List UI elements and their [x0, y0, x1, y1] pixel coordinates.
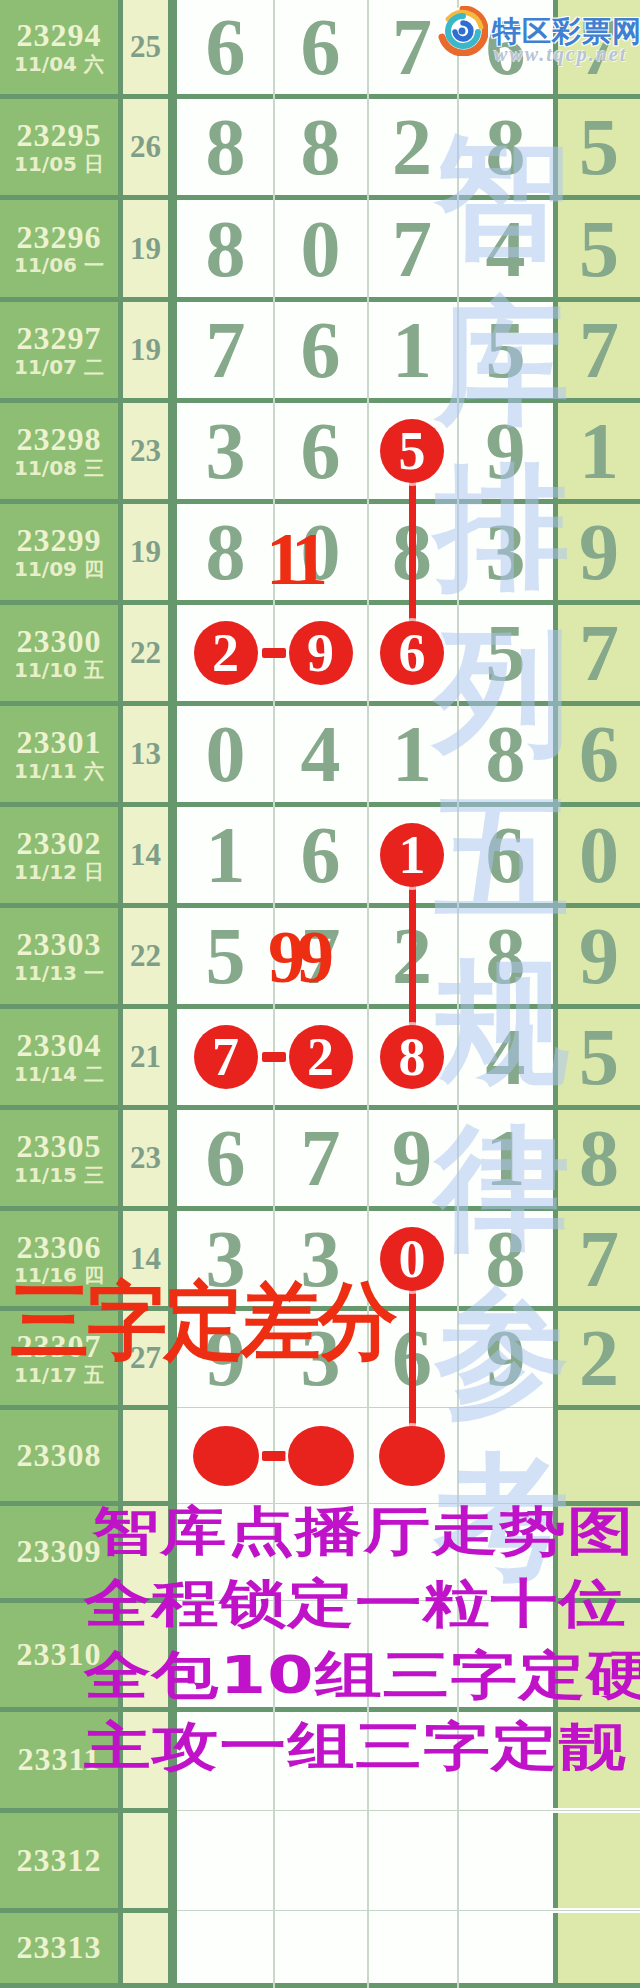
sum-cell: 19 [123, 302, 168, 398]
sum-cell: 13 [123, 706, 168, 802]
watermark-char: 列 [432, 625, 572, 760]
promo-line-2: 全程锁定一粒十位 [84, 1576, 627, 1631]
watermark-char: 智 [432, 130, 572, 265]
draw-date: 11/10 五 [14, 659, 104, 681]
digit: 7 [579, 1219, 619, 1299]
sum-value: 19 [130, 534, 161, 570]
issue-number: 23313 [17, 1931, 102, 1965]
issue-cell: 23312 [0, 1813, 118, 1908]
watermark-char: 律 [432, 1120, 572, 1255]
digit: 9 [579, 916, 619, 996]
issue-cell: 2329611/06 一 [0, 200, 118, 297]
red-solid-dot [379, 1426, 445, 1486]
red-circled-digit: 9 [289, 621, 353, 685]
digit: 1 [206, 815, 246, 895]
digit: 7 [392, 7, 432, 87]
red-circled-digit: 2 [289, 1025, 353, 1089]
digits-band [177, 1913, 553, 1983]
digit: 8 [206, 512, 246, 592]
sum-value: 23 [130, 433, 161, 469]
digit: 7 [392, 209, 432, 289]
digit: 6 [206, 1118, 246, 1198]
red-note-99: 99 [268, 920, 326, 994]
digit: 1 [392, 714, 432, 794]
circled-digit-value: 5 [399, 424, 426, 478]
sum-cell [123, 1813, 168, 1908]
issue-number: 23309 [17, 1535, 102, 1569]
digit: 7 [206, 310, 246, 390]
red-dash [262, 1052, 286, 1062]
red-note-11: 11 [266, 522, 320, 596]
digit: 7 [579, 613, 619, 693]
draw-date: 11/14 二 [14, 1063, 104, 1085]
sum-cell: 14 [123, 807, 168, 903]
watermark-char: 排 [432, 460, 572, 595]
digit: 0 [301, 209, 341, 289]
promo-line-3: 全包10组三字定硬 [84, 1648, 640, 1703]
digit: 7 [579, 310, 619, 390]
digit: 5 [579, 1017, 619, 1097]
watermark-char: 参 [432, 1285, 572, 1420]
digit: 6 [301, 411, 341, 491]
red-title-sanzidingchafen: 三字定差分 [10, 1277, 395, 1365]
watermark-char: 规 [432, 955, 572, 1090]
draw-date: 11/07 二 [14, 356, 104, 378]
red-circled-digit: 7 [194, 1025, 258, 1089]
sum-cell: 23 [123, 403, 168, 499]
digit: 5 [206, 916, 246, 996]
sum-cell: 22 [123, 908, 168, 1004]
red-circled-digit: 1 [380, 823, 444, 887]
sum-cell: 26 [123, 99, 168, 195]
draw-date: 11/09 四 [14, 558, 104, 580]
digit: 8 [206, 209, 246, 289]
issue-number: 23297 [17, 322, 102, 356]
issue-number: 23303 [17, 928, 102, 962]
issue-cell: 2329911/09 四 [0, 504, 118, 600]
sum-cell [123, 1410, 168, 1501]
issue-number: 23295 [17, 119, 102, 153]
draw-date: 11/08 三 [14, 457, 104, 479]
circled-digit-value: 8 [399, 1030, 426, 1084]
sum-value: 13 [130, 736, 161, 772]
circled-digit-value: 7 [212, 1030, 239, 1084]
digit: 3 [206, 411, 246, 491]
draw-date: 11/04 六 [14, 53, 104, 75]
thin-row-line [177, 1908, 640, 1913]
red-dash [262, 1451, 286, 1461]
draw-date: 11/05 日 [14, 153, 104, 175]
digit: 1 [392, 310, 432, 390]
digit: 2 [579, 1318, 619, 1398]
sum-value: 22 [130, 635, 161, 671]
promo-line-4: 主攻一组三字定靓 [84, 1719, 627, 1774]
sum-value: 19 [130, 231, 161, 267]
issue-cell: 2329511/05 日 [0, 99, 118, 195]
issue-number: 23306 [17, 1231, 102, 1265]
sum-value: 14 [130, 837, 161, 873]
red-dash [262, 648, 286, 658]
digit: 9 [579, 512, 619, 592]
swirl-logo-icon [438, 6, 488, 60]
red-circled-digit: 8 [380, 1025, 444, 1089]
digit: 6 [206, 7, 246, 87]
sum-value: 22 [130, 938, 161, 974]
issue-number: 23301 [17, 726, 102, 760]
site-url: www.tqcp.net [494, 43, 627, 66]
tail-cell [558, 1913, 640, 1983]
watermark-char: 五 [432, 790, 572, 925]
sum-cell: 19 [123, 504, 168, 600]
red-circled-digit: 2 [194, 621, 258, 685]
sum-cell: 25 [123, 0, 168, 94]
red-circled-digit: 6 [380, 621, 444, 685]
promo-line-1: 智库点播厅走势图 [92, 1504, 635, 1559]
sum-cell: 21 [123, 1009, 168, 1105]
digit: 8 [301, 107, 341, 187]
red-solid-dot [288, 1426, 354, 1486]
thin-row-line [177, 1808, 640, 1813]
digit: 5 [579, 209, 619, 289]
issue-cell: 23313 [0, 1913, 118, 1983]
issue-number: 23299 [17, 524, 102, 558]
issue-cell: 2329711/07 二 [0, 302, 118, 398]
digit: 6 [301, 815, 341, 895]
circled-digit-value: 1 [399, 828, 426, 882]
issue-cell: 2330511/15 三 [0, 1110, 118, 1206]
digit: 0 [579, 815, 619, 895]
sum-value: 21 [130, 1039, 161, 1075]
sum-value: 19 [130, 332, 161, 368]
issue-number: 23312 [17, 1844, 102, 1878]
sum-value: 26 [130, 129, 161, 165]
sum-value: 23 [130, 1140, 161, 1176]
red-solid-dot [193, 1426, 259, 1486]
circled-digit-value: 0 [399, 1232, 426, 1286]
red-circled-digit: 5 [380, 419, 444, 483]
tail-cell [558, 1813, 640, 1908]
issue-cell: 2329811/08 三 [0, 403, 118, 499]
issue-number: 23304 [17, 1029, 102, 1063]
issue-number: 23300 [17, 625, 102, 659]
issue-number: 23302 [17, 827, 102, 861]
digit: 1 [579, 411, 619, 491]
draw-date: 11/11 六 [14, 760, 104, 782]
draw-date: 11/06 一 [14, 254, 104, 276]
digit: 4 [301, 714, 341, 794]
sum-cell [123, 1913, 168, 1983]
issue-cell: 2329411/04 六 [0, 0, 118, 94]
digits-band [177, 1813, 553, 1908]
sum-cell: 22 [123, 605, 168, 701]
sum-value: 25 [130, 29, 161, 65]
draw-date: 11/13 一 [14, 962, 104, 984]
issue-cell: 2330111/11 六 [0, 706, 118, 802]
digit: 0 [206, 714, 246, 794]
draw-date: 11/12 日 [14, 861, 104, 883]
issue-cell: 2330011/10 五 [0, 605, 118, 701]
digit: 6 [301, 7, 341, 87]
site-logo: 特区彩票网 www.tqcp.net [438, 6, 488, 60]
draw-date: 11/15 三 [14, 1164, 104, 1186]
digit: 7 [301, 1118, 341, 1198]
issue-cell: 2330311/13 一 [0, 908, 118, 1004]
trend-chart-board: 2329411/04 六25667672329511/05 日268828523… [0, 0, 640, 1988]
digit: 6 [301, 310, 341, 390]
digit: 2 [392, 107, 432, 187]
issue-number: 23305 [17, 1130, 102, 1164]
issue-cell: 2330211/12 日 [0, 807, 118, 903]
issue-number: 23308 [17, 1439, 102, 1473]
issue-cell: 23308 [0, 1410, 118, 1501]
issue-number: 23294 [17, 19, 102, 53]
circled-digit-value: 9 [307, 626, 334, 680]
circled-digit-value: 6 [399, 626, 426, 680]
digit: 5 [579, 107, 619, 187]
circled-digit-value: 2 [307, 1030, 334, 1084]
digit: 9 [392, 1118, 432, 1198]
sum-cell: 19 [123, 200, 168, 297]
digit: 8 [206, 107, 246, 187]
watermark-char: 库 [432, 295, 572, 430]
sum-cell: 23 [123, 1110, 168, 1206]
digit: 8 [579, 1118, 619, 1198]
digit: 6 [579, 714, 619, 794]
issue-number: 23298 [17, 423, 102, 457]
issue-number: 23296 [17, 221, 102, 255]
issue-cell: 2330411/14 二 [0, 1009, 118, 1105]
circled-digit-value: 2 [212, 626, 239, 680]
